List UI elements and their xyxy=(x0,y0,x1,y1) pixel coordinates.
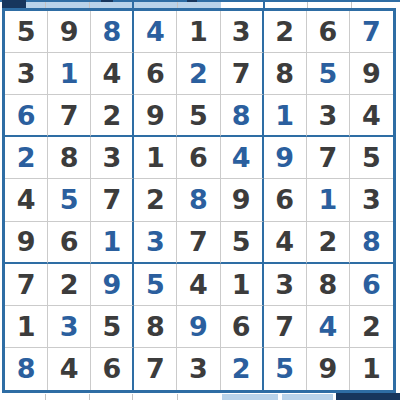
cell-r6c4[interactable]: 3 xyxy=(134,222,177,264)
cell-r9c3[interactable]: 6 xyxy=(91,348,134,390)
selected-cell-top xyxy=(2,0,26,8)
highlighted-cell-bottom xyxy=(282,394,333,400)
cell-r2c9[interactable]: 9 xyxy=(350,53,393,95)
cell-r5c9[interactable]: 3 xyxy=(350,179,393,221)
cell-r8c3[interactable]: 5 xyxy=(91,306,134,348)
cell-r6c9[interactable]: 8 xyxy=(350,222,393,264)
cell-r2c7[interactable]: 8 xyxy=(264,53,307,95)
cell-r8c9[interactable]: 2 xyxy=(350,306,393,348)
cell-r3c7[interactable]: 1 xyxy=(264,95,307,137)
cell-r6c7[interactable]: 4 xyxy=(264,222,307,264)
cell-r2c6[interactable]: 7 xyxy=(221,53,264,95)
cell-r8c7[interactable]: 7 xyxy=(264,306,307,348)
cell-r5c7[interactable]: 6 xyxy=(264,179,307,221)
cell-separator xyxy=(89,394,90,400)
cell-r1c1[interactable]: 5 xyxy=(5,11,48,53)
cell-r2c3[interactable]: 4 xyxy=(91,53,134,95)
cell-r9c2[interactable]: 4 xyxy=(48,348,91,390)
cropped-row-above xyxy=(0,0,400,8)
cell-r8c6[interactable]: 6 xyxy=(221,306,264,348)
cell-r4c3[interactable]: 3 xyxy=(91,137,134,179)
cell-r4c9[interactable]: 5 xyxy=(350,137,393,179)
cell-r5c8[interactable]: 1 xyxy=(307,179,350,221)
cell-r7c5[interactable]: 4 xyxy=(177,264,220,306)
cell-r7c6[interactable]: 1 xyxy=(221,264,264,306)
cell-r3c3[interactable]: 2 xyxy=(91,95,134,137)
cell-r2c2[interactable]: 1 xyxy=(48,53,91,95)
cell-r7c1[interactable]: 7 xyxy=(5,264,48,306)
cell-r7c8[interactable]: 8 xyxy=(307,264,350,306)
cell-r8c2[interactable]: 3 xyxy=(48,306,91,348)
cell-r1c7[interactable]: 2 xyxy=(264,11,307,53)
cell-r9c5[interactable]: 3 xyxy=(177,348,220,390)
highlighted-cell-bottom xyxy=(222,394,278,400)
cell-r2c1[interactable]: 3 xyxy=(5,53,48,95)
cell-r8c4[interactable]: 8 xyxy=(134,306,177,348)
cell-r7c4[interactable]: 5 xyxy=(134,264,177,306)
cell-r7c3[interactable]: 9 xyxy=(91,264,134,306)
cell-r9c9[interactable]: 1 xyxy=(350,348,393,390)
cell-r6c2[interactable]: 6 xyxy=(48,222,91,264)
cell-r8c1[interactable]: 1 xyxy=(5,306,48,348)
cell-r3c6[interactable]: 8 xyxy=(221,95,264,137)
digit-fragment xyxy=(187,0,197,2)
cell-r5c3[interactable]: 7 xyxy=(91,179,134,221)
cell-r3c4[interactable]: 9 xyxy=(134,95,177,137)
cell-r4c6[interactable]: 4 xyxy=(221,137,264,179)
cell-r8c8[interactable]: 4 xyxy=(307,306,350,348)
cell-r1c3[interactable]: 8 xyxy=(91,11,134,53)
cell-r9c1[interactable]: 8 xyxy=(5,348,48,390)
cell-r3c5[interactable]: 5 xyxy=(177,95,220,137)
cell-r7c2[interactable]: 2 xyxy=(48,264,91,306)
cell-r5c1[interactable]: 4 xyxy=(5,179,48,221)
cell-r9c6[interactable]: 2 xyxy=(221,348,264,390)
cell-r6c6[interactable]: 5 xyxy=(221,222,264,264)
cell-separator xyxy=(45,394,46,400)
cell-r3c8[interactable]: 3 xyxy=(307,95,350,137)
cell-r9c8[interactable]: 9 xyxy=(307,348,350,390)
cell-r7c9[interactable]: 6 xyxy=(350,264,393,306)
cell-r5c5[interactable]: 8 xyxy=(177,179,220,221)
cell-r6c1[interactable]: 9 xyxy=(5,222,48,264)
cell-separator xyxy=(177,394,178,400)
cell-r2c8[interactable]: 5 xyxy=(307,53,350,95)
cell-r1c9[interactable]: 7 xyxy=(350,11,393,53)
cell-r5c4[interactable]: 2 xyxy=(134,179,177,221)
cell-r2c4[interactable]: 6 xyxy=(134,53,177,95)
cell-r5c2[interactable]: 5 xyxy=(48,179,91,221)
cell-r3c2[interactable]: 7 xyxy=(48,95,91,137)
cell-r7c7[interactable]: 3 xyxy=(264,264,307,306)
sudoku-screen: 5984132673146278596729581342831649754572… xyxy=(0,0,400,400)
cropped-row-below xyxy=(0,393,400,400)
cell-r8c5[interactable]: 9 xyxy=(177,306,220,348)
cell-r6c8[interactable]: 2 xyxy=(307,222,350,264)
cell-r1c4[interactable]: 4 xyxy=(134,11,177,53)
cell-r1c2[interactable]: 9 xyxy=(48,11,91,53)
cell-r6c3[interactable]: 1 xyxy=(91,222,134,264)
cell-r9c4[interactable]: 7 xyxy=(134,348,177,390)
cell-r4c2[interactable]: 8 xyxy=(48,137,91,179)
selected-cell-bottom xyxy=(336,393,400,400)
cell-r5c6[interactable]: 9 xyxy=(221,179,264,221)
cell-r4c4[interactable]: 1 xyxy=(134,137,177,179)
cell-r6c5[interactable]: 7 xyxy=(177,222,220,264)
cell-r4c5[interactable]: 6 xyxy=(177,137,220,179)
cell-separator xyxy=(132,394,133,400)
cell-r1c5[interactable]: 1 xyxy=(177,11,220,53)
sudoku-grid: 5984132673146278596729581342831649754572… xyxy=(2,8,396,393)
digit-fragment xyxy=(101,0,113,2)
cell-r1c6[interactable]: 3 xyxy=(221,11,264,53)
cell-r3c9[interactable]: 4 xyxy=(350,95,393,137)
cell-r1c8[interactable]: 6 xyxy=(307,11,350,53)
cell-r4c8[interactable]: 7 xyxy=(307,137,350,179)
cell-r9c7[interactable]: 5 xyxy=(264,348,307,390)
cell-r4c7[interactable]: 9 xyxy=(264,137,307,179)
cell-r4c1[interactable]: 2 xyxy=(5,137,48,179)
cell-r2c5[interactable]: 2 xyxy=(177,53,220,95)
cell-r3c1[interactable]: 6 xyxy=(5,95,48,137)
